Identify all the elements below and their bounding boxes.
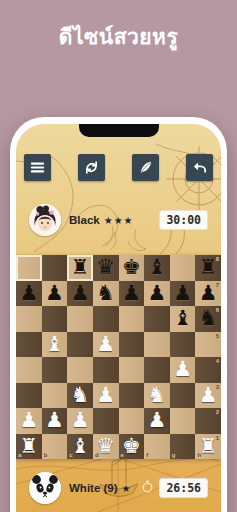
file-label: c xyxy=(69,452,72,458)
square-b3[interactable] xyxy=(42,383,68,409)
white-pawn: ♟ xyxy=(173,359,192,380)
white-pawn: ♟ xyxy=(199,385,218,406)
hamburger-icon xyxy=(29,159,46,176)
square-a6[interactable] xyxy=(16,306,42,332)
square-e4[interactable] xyxy=(119,357,145,383)
square-e2[interactable] xyxy=(119,408,145,434)
square-a3[interactable] xyxy=(16,383,42,409)
rank-label: 2 xyxy=(216,409,219,415)
rank-label: 6 xyxy=(216,307,219,313)
square-c7[interactable]: ♟ xyxy=(67,281,93,307)
square-h1[interactable]: ♜1h xyxy=(195,434,221,460)
menu-button[interactable] xyxy=(24,154,51,181)
square-c1[interactable]: ♝c xyxy=(67,434,93,460)
square-d5[interactable]: ♟ xyxy=(93,332,119,358)
square-c2[interactable]: ♟ xyxy=(67,408,93,434)
file-label: a xyxy=(18,452,21,458)
white-knight: ♞ xyxy=(71,385,90,406)
file-label: f xyxy=(146,452,148,458)
white-pawn: ♟ xyxy=(45,410,64,431)
girl-avatar-icon xyxy=(29,204,61,236)
square-e7[interactable]: ♟ xyxy=(119,281,145,307)
stopwatch-icon xyxy=(141,479,154,497)
flip-board-button[interactable] xyxy=(78,154,105,181)
square-h4[interactable]: 4 xyxy=(195,357,221,383)
white-knight: ♞ xyxy=(148,385,167,406)
black-bishop: ♝ xyxy=(173,308,192,329)
square-a4[interactable] xyxy=(16,357,42,383)
black-knight: ♞ xyxy=(96,283,115,304)
square-f7[interactable]: ♟ xyxy=(144,281,170,307)
white-player-name: White (9) xyxy=(69,482,118,494)
file-label: d xyxy=(95,452,99,458)
black-pawn: ♟ xyxy=(45,283,64,304)
black-player-clock: 30:00 xyxy=(159,210,208,230)
square-f2[interactable]: ♟ xyxy=(144,408,170,434)
square-c5[interactable] xyxy=(67,332,93,358)
black-knight: ♞ xyxy=(199,308,218,329)
black-rook: ♜ xyxy=(199,257,218,278)
file-label: b xyxy=(44,452,48,458)
flip-arrows-icon xyxy=(83,159,100,176)
square-g7[interactable]: ♟ xyxy=(170,281,196,307)
square-e5[interactable] xyxy=(119,332,145,358)
file-label: h xyxy=(197,452,201,458)
square-h8[interactable]: ♜8 xyxy=(195,255,221,281)
square-g4[interactable]: ♟ xyxy=(170,357,196,383)
black-queen: ♛ xyxy=(96,257,115,278)
file-label: g xyxy=(172,452,176,458)
square-c4[interactable] xyxy=(67,357,93,383)
white-rook: ♜ xyxy=(19,436,38,457)
square-c6[interactable] xyxy=(67,306,93,332)
page-background: ดีไซน์สวยหรู xyxy=(0,0,237,512)
square-a5[interactable] xyxy=(16,332,42,358)
white-player-rating-stars: ★ xyxy=(122,483,132,494)
rank-label: 8 xyxy=(216,256,219,262)
toolbar xyxy=(16,154,221,181)
white-bishop: ♝ xyxy=(45,334,64,355)
square-d7[interactable]: ♞ xyxy=(93,281,119,307)
file-label: e xyxy=(121,452,124,458)
square-g8[interactable] xyxy=(170,255,196,281)
square-d2[interactable] xyxy=(93,408,119,434)
square-d4[interactable] xyxy=(93,357,119,383)
rank-label: 7 xyxy=(216,282,219,288)
square-f3[interactable]: ♞ xyxy=(144,383,170,409)
white-pawn: ♟ xyxy=(96,385,115,406)
undo-arrow-icon xyxy=(191,159,208,176)
black-player-avatar xyxy=(29,204,61,236)
square-g1[interactable]: g xyxy=(170,434,196,460)
square-f4[interactable] xyxy=(144,357,170,383)
black-player-name: Black xyxy=(69,214,100,226)
square-b5[interactable]: ♝ xyxy=(42,332,68,358)
square-g6[interactable]: ♝ xyxy=(170,306,196,332)
square-b1[interactable]: b xyxy=(42,434,68,460)
square-h6[interactable]: ♞6 xyxy=(195,306,221,332)
theme-feather-button[interactable] xyxy=(132,154,159,181)
white-pawn: ♟ xyxy=(71,410,90,431)
feather-icon xyxy=(137,159,154,176)
black-player-rating-stars: ★★★ xyxy=(104,215,134,226)
square-d6[interactable] xyxy=(93,306,119,332)
white-king: ♚ xyxy=(122,436,141,457)
black-pawn: ♟ xyxy=(122,283,141,304)
square-b6[interactable] xyxy=(42,306,68,332)
square-b8[interactable] xyxy=(42,255,68,281)
black-pawn: ♟ xyxy=(71,283,90,304)
panda-avatar-icon xyxy=(29,472,61,504)
square-a7[interactable]: ♟ xyxy=(16,281,42,307)
square-h3[interactable]: ♟3 xyxy=(195,383,221,409)
rank-label: 1 xyxy=(216,435,219,441)
white-player-clock: 26:56 xyxy=(159,478,208,498)
player-info-white: White (9) ★ 26:56 xyxy=(16,470,221,506)
chess-board: ♜♛♚♝♜8♟♟♟♞♟♟♟♟7♝♞6♝♟5♟4♞♟♞♟3♟♟♟♟2♜ab♝c♛d… xyxy=(16,255,221,459)
square-b2[interactable]: ♟ xyxy=(42,408,68,434)
square-b7[interactable]: ♟ xyxy=(42,281,68,307)
square-d3[interactable]: ♟ xyxy=(93,383,119,409)
app-screen: Black ★★★ 30:00 ♜♛♚♝♜8♟♟♟♞♟♟♟♟7♝♞6♝♟5♟4♞… xyxy=(16,124,221,512)
black-king: ♚ xyxy=(122,257,141,278)
rank-label: 3 xyxy=(216,384,219,390)
white-rook: ♜ xyxy=(199,436,218,457)
black-rook: ♜ xyxy=(71,257,90,278)
white-player-avatar xyxy=(29,472,61,504)
square-g3[interactable] xyxy=(170,383,196,409)
player-info-black: Black ★★★ 30:00 xyxy=(16,202,221,238)
square-e6[interactable] xyxy=(119,306,145,332)
square-c8[interactable]: ♜ xyxy=(67,255,93,281)
square-f1[interactable]: f xyxy=(144,434,170,460)
square-e3[interactable] xyxy=(119,383,145,409)
square-a2[interactable]: ♟ xyxy=(16,408,42,434)
square-h2[interactable]: 2 xyxy=(195,408,221,434)
white-pawn: ♟ xyxy=(148,410,167,431)
square-e1[interactable]: ♚e xyxy=(119,434,145,460)
square-b4[interactable] xyxy=(42,357,68,383)
square-d8[interactable]: ♛ xyxy=(93,255,119,281)
phone-notch xyxy=(79,124,159,137)
square-h7[interactable]: ♟7 xyxy=(195,281,221,307)
page-title: ดีไซน์สวยหรู xyxy=(0,20,237,53)
white-pawn: ♟ xyxy=(19,410,38,431)
phone-frame: Black ★★★ 30:00 ♜♛♚♝♜8♟♟♟♞♟♟♟♟7♝♞6♝♟5♟4♞… xyxy=(10,117,227,512)
white-queen: ♛ xyxy=(96,436,115,457)
black-bishop: ♝ xyxy=(148,257,167,278)
white-bishop: ♝ xyxy=(71,436,90,457)
square-f6[interactable] xyxy=(144,306,170,332)
black-pawn: ♟ xyxy=(148,283,167,304)
rank-label: 4 xyxy=(216,358,219,364)
square-h5[interactable]: 5 xyxy=(195,332,221,358)
square-d1[interactable]: ♛d xyxy=(93,434,119,460)
white-pawn: ♟ xyxy=(96,334,115,355)
rank-label: 5 xyxy=(216,333,219,339)
square-c3[interactable]: ♞ xyxy=(67,383,93,409)
square-g2[interactable] xyxy=(170,408,196,434)
black-pawn: ♟ xyxy=(19,283,38,304)
square-a8[interactable] xyxy=(16,255,42,281)
black-pawn: ♟ xyxy=(173,283,192,304)
square-f5[interactable] xyxy=(144,332,170,358)
square-e8[interactable]: ♚ xyxy=(119,255,145,281)
square-a1[interactable]: ♜a xyxy=(16,434,42,460)
square-g5[interactable] xyxy=(170,332,196,358)
back-button[interactable] xyxy=(186,154,213,181)
square-f8[interactable]: ♝ xyxy=(144,255,170,281)
black-pawn: ♟ xyxy=(199,283,218,304)
